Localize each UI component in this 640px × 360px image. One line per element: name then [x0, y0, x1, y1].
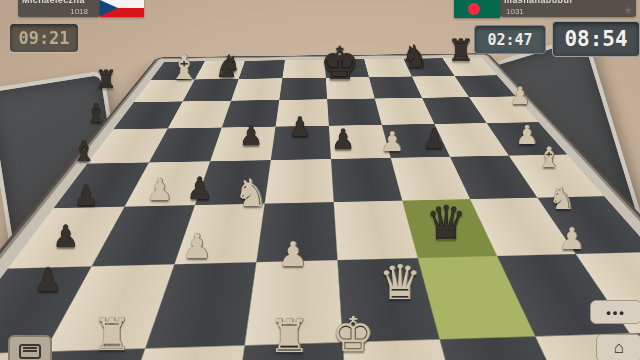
white-king-e2[interactable]: ♚ — [331, 311, 374, 359]
black-player-name: mashahabubur — [504, 0, 636, 5]
black-queen-g4[interactable]: ♛ — [425, 200, 466, 246]
white-pawn-a4[interactable]: ♟ — [147, 175, 174, 205]
black-move-clock: 02:47 — [474, 25, 546, 54]
white-queen-f3[interactable]: ♛ — [378, 259, 421, 307]
black-pawn-d6[interactable]: ♟ — [288, 114, 311, 140]
black-rook-h8[interactable]: ♜ — [448, 36, 475, 66]
captured-black-pawn: ♟ — [73, 182, 98, 210]
home-button[interactable]: ⌂ — [596, 334, 640, 360]
square-c8[interactable] — [239, 60, 285, 79]
white-knight-c5[interactable]: ♞ — [234, 174, 268, 212]
white-rook-a2[interactable]: ♜ — [92, 313, 131, 357]
black-clock: 08:54 — [552, 21, 640, 57]
captured-white-pawn: ♟ — [559, 224, 586, 254]
white-player-name: Michaeleczna — [22, 0, 100, 5]
captured-black-rook: ♜ — [95, 68, 117, 92]
square-d8[interactable] — [282, 60, 325, 78]
bangladesh-flag-icon — [454, 0, 500, 18]
white-rook-d2[interactable]: ♜ — [268, 313, 309, 359]
captured-black-bishop: ♝ — [71, 138, 96, 166]
chat-bubble-icon — [19, 344, 41, 359]
captured-white-pawn: ♟ — [509, 84, 531, 108]
white-pawn-f6[interactable]: ♟ — [380, 129, 404, 156]
czech-flag-icon — [100, 0, 144, 17]
white-clock: 09:21 — [10, 24, 78, 52]
square-e6[interactable] — [327, 99, 382, 126]
white-bishop-a8[interactable]: ♝ — [169, 50, 199, 84]
square-d4[interactable] — [265, 159, 334, 204]
more-options-button[interactable]: ••• — [590, 300, 640, 324]
black-pawn-c6[interactable]: ♟ — [239, 123, 263, 150]
black-knight-g8[interactable]: ♞ — [402, 42, 429, 72]
captured-white-knight: ♞ — [549, 184, 576, 214]
black-king-e8[interactable]: ♚ — [320, 42, 359, 86]
white-pawn-b3[interactable]: ♟ — [182, 229, 212, 263]
white-player-rating: 1018 — [70, 7, 88, 16]
black-pawn-g6[interactable]: ♟ — [422, 126, 446, 153]
captured-black-bishop: ♝ — [84, 100, 107, 126]
white-player-panel: Michaeleczna 1018 — [18, 0, 100, 17]
black-pawn-e6[interactable]: ♟ — [331, 127, 355, 154]
chat-button[interactable] — [8, 335, 52, 360]
captured-black-pawn: ♟ — [34, 264, 63, 296]
black-knight-b8[interactable]: ♞ — [215, 52, 242, 82]
captured-white-pawn: ♟ — [515, 122, 538, 148]
captured-white-bishop: ♝ — [536, 144, 561, 172]
black-player-panel: mashahabubur 1031 ★ — [500, 0, 636, 17]
game-screen: ♜♝♝♟♟♟♟♟♝♞♟ ♜♞♞♝♚♟♟♟♟♟♟♟♞♛♟♟♛♜♜♚ Michael… — [0, 0, 640, 360]
black-player-rating: 1031 — [506, 7, 524, 16]
white-pawn-d3[interactable]: ♟ — [278, 237, 308, 271]
star-icon: ★ — [623, 4, 633, 17]
black-pawn-b4[interactable]: ♟ — [187, 174, 214, 204]
captured-black-pawn: ♟ — [53, 222, 80, 252]
